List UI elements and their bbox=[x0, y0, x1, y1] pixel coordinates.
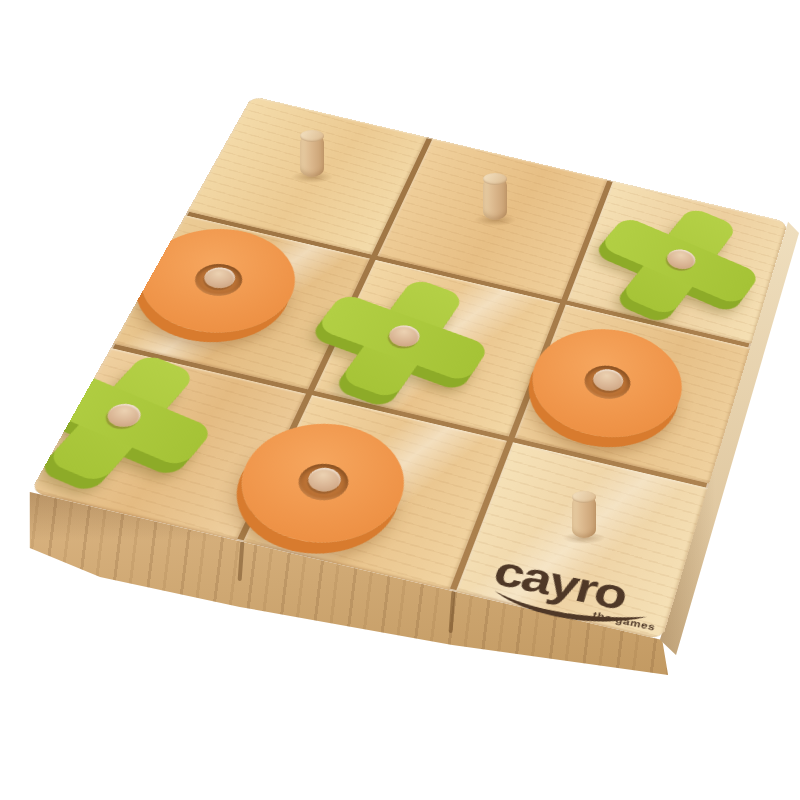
piece-o-hole bbox=[580, 361, 636, 403]
piece-peg-cap bbox=[590, 367, 626, 394]
peg-top bbox=[300, 130, 324, 142]
empty-cell-peg-r0c0[interactable] bbox=[297, 127, 327, 181]
piece-o-hole bbox=[292, 459, 355, 505]
peg-top bbox=[483, 173, 507, 185]
groove-notch bbox=[449, 591, 456, 633]
piece-o-hole bbox=[188, 260, 248, 300]
empty-cell-peg-r0c1[interactable] bbox=[480, 170, 510, 224]
groove-notch bbox=[238, 541, 245, 581]
piece-peg-cap bbox=[200, 265, 239, 291]
empty-cell-peg-r2c2[interactable] bbox=[569, 488, 599, 542]
peg-top bbox=[572, 491, 596, 503]
piece-peg-cap bbox=[304, 465, 345, 495]
product-photo-scene: cayro the games bbox=[0, 0, 800, 800]
piece-o-disc[interactable] bbox=[118, 215, 315, 347]
